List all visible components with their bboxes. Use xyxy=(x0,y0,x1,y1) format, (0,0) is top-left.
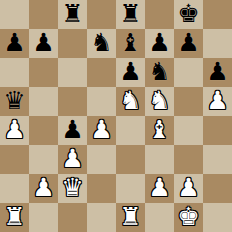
square-c5[interactable] xyxy=(58,87,87,116)
square-b2[interactable]: ♟ xyxy=(29,174,58,203)
square-a3[interactable] xyxy=(0,145,29,174)
black-pawn[interactable]: ♟ xyxy=(177,29,199,57)
square-b7[interactable]: ♟ xyxy=(29,29,58,58)
square-c8[interactable]: ♜ xyxy=(58,0,87,29)
square-e5[interactable]: ♞ xyxy=(116,87,145,116)
square-f3[interactable] xyxy=(145,145,174,174)
black-pawn[interactable]: ♟ xyxy=(206,58,228,86)
square-a7[interactable]: ♟ xyxy=(0,29,29,58)
square-h7[interactable] xyxy=(203,29,232,58)
square-a8[interactable] xyxy=(0,0,29,29)
black-rook[interactable]: ♜ xyxy=(119,0,141,28)
square-a4[interactable]: ♟ xyxy=(0,116,29,145)
square-d6[interactable] xyxy=(87,58,116,87)
square-f1[interactable] xyxy=(145,203,174,232)
white-rook[interactable]: ♜ xyxy=(3,203,25,231)
square-d2[interactable] xyxy=(87,174,116,203)
square-g7[interactable]: ♟ xyxy=(174,29,203,58)
black-pawn[interactable]: ♟ xyxy=(32,29,54,57)
square-a2[interactable] xyxy=(0,174,29,203)
square-h3[interactable] xyxy=(203,145,232,174)
white-king[interactable]: ♚ xyxy=(177,203,199,231)
chess-board: ♜♜♚♟♟♞♝♟♟♟♞♟♛♞♞♟♟♟♟♝♟♟♛♟♟♜♜♚ xyxy=(0,0,232,232)
white-pawn[interactable]: ♟ xyxy=(61,145,83,173)
square-e2[interactable] xyxy=(116,174,145,203)
square-d1[interactable] xyxy=(87,203,116,232)
square-f8[interactable] xyxy=(145,0,174,29)
white-rook[interactable]: ♜ xyxy=(119,203,141,231)
black-knight[interactable]: ♞ xyxy=(90,29,112,57)
square-c6[interactable] xyxy=(58,58,87,87)
square-g5[interactable] xyxy=(174,87,203,116)
black-pawn[interactable]: ♟ xyxy=(3,29,25,57)
black-rook[interactable]: ♜ xyxy=(61,0,83,28)
square-c3[interactable]: ♟ xyxy=(58,145,87,174)
square-e3[interactable] xyxy=(116,145,145,174)
square-b3[interactable] xyxy=(29,145,58,174)
square-a5[interactable]: ♛ xyxy=(0,87,29,116)
white-pawn[interactable]: ♟ xyxy=(32,174,54,202)
black-king[interactable]: ♚ xyxy=(177,0,199,28)
black-pawn[interactable]: ♟ xyxy=(61,116,83,144)
square-e7[interactable]: ♝ xyxy=(116,29,145,58)
black-queen[interactable]: ♛ xyxy=(3,87,25,115)
square-e4[interactable] xyxy=(116,116,145,145)
square-h6[interactable]: ♟ xyxy=(203,58,232,87)
square-e8[interactable]: ♜ xyxy=(116,0,145,29)
white-pawn[interactable]: ♟ xyxy=(3,116,25,144)
square-f2[interactable]: ♟ xyxy=(145,174,174,203)
square-a6[interactable] xyxy=(0,58,29,87)
square-b1[interactable] xyxy=(29,203,58,232)
black-knight[interactable]: ♞ xyxy=(148,58,170,86)
square-h4[interactable] xyxy=(203,116,232,145)
square-g1[interactable]: ♚ xyxy=(174,203,203,232)
square-f6[interactable]: ♞ xyxy=(145,58,174,87)
square-a1[interactable]: ♜ xyxy=(0,203,29,232)
white-knight[interactable]: ♞ xyxy=(119,87,141,115)
square-g6[interactable] xyxy=(174,58,203,87)
square-c1[interactable] xyxy=(58,203,87,232)
square-h5[interactable]: ♟ xyxy=(203,87,232,116)
square-g8[interactable]: ♚ xyxy=(174,0,203,29)
white-pawn[interactable]: ♟ xyxy=(148,174,170,202)
square-d3[interactable] xyxy=(87,145,116,174)
square-h1[interactable] xyxy=(203,203,232,232)
black-bishop[interactable]: ♝ xyxy=(119,29,141,57)
white-pawn[interactable]: ♟ xyxy=(177,174,199,202)
square-f4[interactable]: ♝ xyxy=(145,116,174,145)
square-f5[interactable]: ♞ xyxy=(145,87,174,116)
square-c2[interactable]: ♛ xyxy=(58,174,87,203)
square-c7[interactable] xyxy=(58,29,87,58)
square-g2[interactable]: ♟ xyxy=(174,174,203,203)
square-d5[interactable] xyxy=(87,87,116,116)
square-b8[interactable] xyxy=(29,0,58,29)
square-h2[interactable] xyxy=(203,174,232,203)
black-pawn[interactable]: ♟ xyxy=(148,29,170,57)
square-d8[interactable] xyxy=(87,0,116,29)
square-e6[interactable]: ♟ xyxy=(116,58,145,87)
white-bishop[interactable]: ♝ xyxy=(148,116,170,144)
square-f7[interactable]: ♟ xyxy=(145,29,174,58)
square-d7[interactable]: ♞ xyxy=(87,29,116,58)
white-knight[interactable]: ♞ xyxy=(148,87,170,115)
white-pawn[interactable]: ♟ xyxy=(90,116,112,144)
square-g4[interactable] xyxy=(174,116,203,145)
square-h8[interactable] xyxy=(203,0,232,29)
square-e1[interactable]: ♜ xyxy=(116,203,145,232)
square-c4[interactable]: ♟ xyxy=(58,116,87,145)
square-b5[interactable] xyxy=(29,87,58,116)
white-queen[interactable]: ♛ xyxy=(61,174,83,202)
square-b4[interactable] xyxy=(29,116,58,145)
square-d4[interactable]: ♟ xyxy=(87,116,116,145)
square-g3[interactable] xyxy=(174,145,203,174)
white-pawn[interactable]: ♟ xyxy=(206,87,228,115)
square-b6[interactable] xyxy=(29,58,58,87)
black-pawn[interactable]: ♟ xyxy=(119,58,141,86)
